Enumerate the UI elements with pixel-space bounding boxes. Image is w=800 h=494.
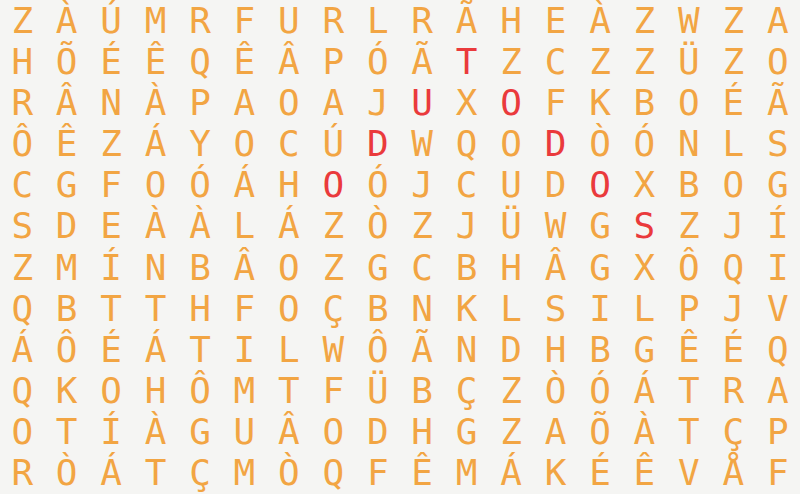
grid-cell[interactable]: Ú xyxy=(311,124,355,165)
grid-cell[interactable]: Z xyxy=(622,41,666,82)
grid-cell[interactable]: S xyxy=(622,206,666,247)
grid-cell[interactable]: Ò xyxy=(578,124,622,165)
grid-cell[interactable]: J xyxy=(356,82,400,123)
grid-cell[interactable]: Z xyxy=(311,206,355,247)
grid-cell[interactable]: À xyxy=(133,82,177,123)
grid-cell[interactable]: Z xyxy=(400,206,444,247)
grid-cell[interactable]: Ã xyxy=(400,41,444,82)
grid-cell[interactable]: Í xyxy=(756,206,800,247)
grid-cell[interactable]: I xyxy=(222,329,266,370)
grid-cell[interactable]: B xyxy=(178,247,222,288)
grid-cell[interactable]: Q xyxy=(178,41,222,82)
grid-cell[interactable]: T xyxy=(89,288,133,329)
grid-cell[interactable]: W xyxy=(400,124,444,165)
grid-cell[interactable]: D xyxy=(356,124,400,165)
grid-cell[interactable]: Ó xyxy=(622,124,666,165)
grid-cell[interactable]: O xyxy=(267,82,311,123)
grid-cell[interactable]: T xyxy=(667,371,711,412)
grid-cell[interactable]: Ã xyxy=(400,329,444,370)
grid-cell[interactable]: M xyxy=(444,453,488,494)
grid-cell[interactable]: B xyxy=(444,247,488,288)
grid-cell[interactable]: G xyxy=(578,206,622,247)
grid-cell[interactable]: O xyxy=(489,124,533,165)
grid-cell[interactable]: D xyxy=(44,206,88,247)
grid-cell[interactable]: T xyxy=(444,41,488,82)
grid-cell[interactable]: G xyxy=(356,247,400,288)
grid-cell[interactable]: U xyxy=(400,82,444,123)
grid-cell[interactable]: H xyxy=(267,165,311,206)
grid-cell[interactable]: S xyxy=(533,288,577,329)
grid-cell[interactable]: E xyxy=(533,0,577,41)
grid-cell[interactable]: Z xyxy=(711,0,755,41)
grid-cell[interactable]: B xyxy=(356,288,400,329)
grid-cell[interactable]: Á xyxy=(0,329,44,370)
grid-cell[interactable]: T xyxy=(667,412,711,453)
grid-cell[interactable]: Å xyxy=(711,453,755,494)
grid-cell[interactable]: Ó xyxy=(578,371,622,412)
grid-cell[interactable]: Á xyxy=(133,124,177,165)
grid-cell[interactable]: M xyxy=(133,0,177,41)
grid-cell[interactable]: E xyxy=(89,206,133,247)
grid-cell[interactable]: R xyxy=(178,0,222,41)
grid-cell[interactable]: N xyxy=(444,329,488,370)
grid-cell[interactable]: Ç xyxy=(444,371,488,412)
grid-cell[interactable]: Õ xyxy=(578,412,622,453)
grid-cell[interactable]: F xyxy=(222,0,266,41)
grid-cell[interactable]: J xyxy=(711,288,755,329)
grid-cell[interactable]: M xyxy=(222,453,266,494)
grid-cell[interactable]: V xyxy=(667,453,711,494)
grid-cell[interactable]: O xyxy=(311,412,355,453)
grid-cell[interactable]: Z xyxy=(311,247,355,288)
grid-cell[interactable]: Ê xyxy=(222,41,266,82)
grid-cell[interactable]: F xyxy=(89,165,133,206)
grid-cell[interactable]: C xyxy=(0,165,44,206)
grid-cell[interactable]: Ã xyxy=(756,82,800,123)
grid-cell[interactable]: M xyxy=(44,247,88,288)
grid-cell[interactable]: W xyxy=(667,0,711,41)
grid-cell[interactable]: Â xyxy=(267,41,311,82)
grid-cell[interactable]: O xyxy=(311,165,355,206)
grid-cell[interactable]: Ç xyxy=(178,453,222,494)
grid-cell[interactable]: O xyxy=(0,412,44,453)
grid-cell[interactable]: W xyxy=(533,206,577,247)
grid-cell[interactable]: X xyxy=(444,82,488,123)
grid-cell[interactable]: C xyxy=(400,247,444,288)
grid-cell[interactable]: G xyxy=(178,412,222,453)
grid-cell[interactable]: O xyxy=(711,165,755,206)
grid-cell[interactable]: L xyxy=(267,329,311,370)
grid-cell[interactable]: Ü xyxy=(356,371,400,412)
grid-cell[interactable]: Ó xyxy=(356,41,400,82)
grid-cell[interactable]: K xyxy=(578,82,622,123)
grid-cell[interactable]: A xyxy=(311,82,355,123)
grid-cell[interactable]: Q xyxy=(756,329,800,370)
grid-cell[interactable]: J xyxy=(444,206,488,247)
grid-cell[interactable]: Ô xyxy=(0,124,44,165)
grid-cell[interactable]: Ê xyxy=(133,41,177,82)
grid-cell[interactable]: À xyxy=(133,412,177,453)
grid-cell[interactable]: Ê xyxy=(622,453,666,494)
grid-cell[interactable]: Z xyxy=(89,124,133,165)
grid-cell[interactable]: Ò xyxy=(533,371,577,412)
grid-cell[interactable]: I xyxy=(756,247,800,288)
grid-cell[interactable]: T xyxy=(44,412,88,453)
grid-cell[interactable]: Q xyxy=(0,371,44,412)
grid-cell[interactable]: J xyxy=(711,206,755,247)
grid-cell[interactable]: Q xyxy=(444,124,488,165)
grid-cell[interactable]: À xyxy=(622,412,666,453)
grid-cell[interactable]: G xyxy=(578,247,622,288)
grid-cell[interactable]: R xyxy=(400,0,444,41)
grid-cell[interactable]: S xyxy=(756,124,800,165)
grid-cell[interactable]: O xyxy=(756,41,800,82)
grid-cell[interactable]: À xyxy=(178,206,222,247)
grid-cell[interactable]: H xyxy=(489,0,533,41)
grid-cell[interactable]: Á xyxy=(267,206,311,247)
grid-cell[interactable]: P xyxy=(667,288,711,329)
grid-cell[interactable]: Ç xyxy=(711,412,755,453)
grid-cell[interactable]: H xyxy=(178,288,222,329)
grid-cell[interactable]: F xyxy=(311,371,355,412)
grid-cell[interactable]: Ê xyxy=(400,453,444,494)
grid-cell[interactable]: C xyxy=(267,124,311,165)
grid-cell[interactable]: R xyxy=(711,371,755,412)
grid-cell[interactable]: G xyxy=(44,165,88,206)
grid-cell[interactable]: F xyxy=(533,82,577,123)
grid-cell[interactable]: Q xyxy=(0,288,44,329)
grid-cell[interactable]: Ú xyxy=(89,0,133,41)
grid-cell[interactable]: Z xyxy=(578,41,622,82)
grid-cell[interactable]: D xyxy=(489,329,533,370)
grid-cell[interactable]: A xyxy=(222,82,266,123)
grid-cell[interactable]: É xyxy=(711,82,755,123)
grid-cell[interactable]: T xyxy=(178,329,222,370)
grid-cell[interactable]: C xyxy=(533,41,577,82)
grid-cell[interactable]: F xyxy=(356,453,400,494)
grid-cell[interactable]: V xyxy=(756,288,800,329)
grid-cell[interactable]: Ô xyxy=(44,329,88,370)
grid-cell[interactable]: Q xyxy=(711,247,755,288)
grid-cell[interactable]: Z xyxy=(489,41,533,82)
grid-cell[interactable]: G xyxy=(622,329,666,370)
grid-cell[interactable]: Z xyxy=(622,0,666,41)
grid-cell[interactable]: L xyxy=(356,0,400,41)
grid-cell[interactable]: Ô xyxy=(356,329,400,370)
grid-cell[interactable]: L xyxy=(222,206,266,247)
grid-cell[interactable]: L xyxy=(622,288,666,329)
grid-cell[interactable]: Ô xyxy=(178,371,222,412)
grid-cell[interactable]: H xyxy=(133,371,177,412)
grid-cell[interactable]: Â xyxy=(267,412,311,453)
grid-cell[interactable]: S xyxy=(0,206,44,247)
grid-cell[interactable]: O xyxy=(267,247,311,288)
grid-cell[interactable]: H xyxy=(0,41,44,82)
grid-cell[interactable]: L xyxy=(711,124,755,165)
grid-cell[interactable]: Í xyxy=(89,412,133,453)
grid-cell[interactable]: Z xyxy=(0,247,44,288)
grid-cell[interactable]: O xyxy=(133,165,177,206)
grid-cell[interactable]: O xyxy=(489,82,533,123)
grid-cell[interactable]: B xyxy=(667,165,711,206)
grid-cell[interactable]: D xyxy=(533,165,577,206)
grid-cell[interactable]: L xyxy=(489,288,533,329)
grid-cell[interactable]: Á xyxy=(222,165,266,206)
grid-cell[interactable]: C xyxy=(444,165,488,206)
grid-cell[interactable]: O xyxy=(667,82,711,123)
grid-cell[interactable]: O xyxy=(267,288,311,329)
grid-cell[interactable]: À xyxy=(578,0,622,41)
grid-cell[interactable]: M xyxy=(222,371,266,412)
grid-cell[interactable]: W xyxy=(311,329,355,370)
grid-cell[interactable]: Ê xyxy=(44,124,88,165)
grid-cell[interactable]: B xyxy=(578,329,622,370)
grid-cell[interactable]: T xyxy=(267,371,311,412)
grid-cell[interactable]: G xyxy=(756,165,800,206)
grid-cell[interactable]: T xyxy=(133,288,177,329)
grid-cell[interactable]: B xyxy=(400,371,444,412)
grid-cell[interactable]: R xyxy=(0,453,44,494)
grid-cell[interactable]: É xyxy=(711,329,755,370)
grid-cell[interactable]: Q xyxy=(311,453,355,494)
grid-cell[interactable]: K xyxy=(444,288,488,329)
grid-cell[interactable]: A xyxy=(756,371,800,412)
grid-cell[interactable]: Á xyxy=(89,453,133,494)
grid-cell[interactable]: Z xyxy=(489,412,533,453)
grid-cell[interactable]: B xyxy=(622,82,666,123)
grid-cell[interactable]: Â xyxy=(222,247,266,288)
grid-cell[interactable]: U xyxy=(267,0,311,41)
grid-cell[interactable]: Õ xyxy=(44,41,88,82)
grid-cell[interactable]: É xyxy=(89,41,133,82)
grid-cell[interactable]: O xyxy=(578,165,622,206)
grid-cell[interactable]: Á xyxy=(622,371,666,412)
grid-cell[interactable]: Í xyxy=(89,247,133,288)
grid-cell[interactable]: U xyxy=(222,412,266,453)
grid-cell[interactable]: Ã xyxy=(444,0,488,41)
grid-cell[interactable]: Z xyxy=(667,206,711,247)
grid-cell[interactable]: É xyxy=(578,453,622,494)
grid-cell[interactable]: H xyxy=(489,247,533,288)
grid-cell[interactable]: Ò xyxy=(44,453,88,494)
grid-cell[interactable]: O xyxy=(89,371,133,412)
grid-cell[interactable]: U xyxy=(489,165,533,206)
grid-cell[interactable]: Ç xyxy=(311,288,355,329)
grid-cell[interactable]: D xyxy=(356,412,400,453)
grid-cell[interactable]: X xyxy=(622,165,666,206)
grid-cell[interactable]: O xyxy=(222,124,266,165)
grid-cell[interactable]: A xyxy=(756,0,800,41)
grid-cell[interactable]: P xyxy=(311,41,355,82)
grid-cell[interactable]: Á xyxy=(133,329,177,370)
grid-cell[interactable]: Á xyxy=(489,453,533,494)
grid-cell[interactable]: P xyxy=(756,412,800,453)
grid-cell[interactable]: N xyxy=(667,124,711,165)
grid-cell[interactable]: J xyxy=(400,165,444,206)
grid-cell[interactable]: Ó xyxy=(356,165,400,206)
grid-cell[interactable]: A xyxy=(533,412,577,453)
grid-cell[interactable]: Â xyxy=(44,82,88,123)
grid-cell[interactable]: Z xyxy=(0,0,44,41)
grid-cell[interactable]: À xyxy=(44,0,88,41)
grid-cell[interactable]: Ü xyxy=(667,41,711,82)
grid-cell[interactable]: G xyxy=(444,412,488,453)
grid-cell[interactable]: N xyxy=(400,288,444,329)
grid-cell[interactable]: P xyxy=(178,82,222,123)
grid-cell[interactable]: R xyxy=(311,0,355,41)
grid-cell[interactable]: K xyxy=(44,371,88,412)
grid-cell[interactable]: N xyxy=(133,247,177,288)
grid-cell[interactable]: I xyxy=(578,288,622,329)
grid-cell[interactable]: F xyxy=(222,288,266,329)
grid-cell[interactable]: Z xyxy=(489,371,533,412)
word-search-grid: ZÀÚMRFURLRÃHEÀZWZAHÕÉÊQÊÂPÓÃTZCZZÜZORÂNÀ… xyxy=(0,0,800,494)
grid-cell[interactable]: F xyxy=(756,453,800,494)
grid-cell[interactable]: Ò xyxy=(356,206,400,247)
grid-cell[interactable]: Ô xyxy=(667,247,711,288)
grid-cell[interactable]: X xyxy=(622,247,666,288)
grid-cell[interactable]: D xyxy=(533,124,577,165)
grid-cell[interactable]: Ê xyxy=(667,329,711,370)
grid-cell[interactable]: H xyxy=(533,329,577,370)
grid-cell[interactable]: R xyxy=(0,82,44,123)
grid-cell[interactable]: N xyxy=(89,82,133,123)
grid-cell[interactable]: B xyxy=(44,288,88,329)
grid-cell[interactable]: H xyxy=(400,412,444,453)
grid-cell[interactable]: Z xyxy=(711,41,755,82)
grid-cell[interactable]: Ó xyxy=(178,165,222,206)
grid-cell[interactable]: Y xyxy=(178,124,222,165)
grid-cell[interactable]: T xyxy=(133,453,177,494)
grid-cell[interactable]: À xyxy=(133,206,177,247)
grid-cell[interactable]: É xyxy=(89,329,133,370)
grid-cell[interactable]: Â xyxy=(533,247,577,288)
grid-cell[interactable]: Ü xyxy=(489,206,533,247)
grid-cell[interactable]: Ò xyxy=(267,453,311,494)
grid-cell[interactable]: K xyxy=(533,453,577,494)
